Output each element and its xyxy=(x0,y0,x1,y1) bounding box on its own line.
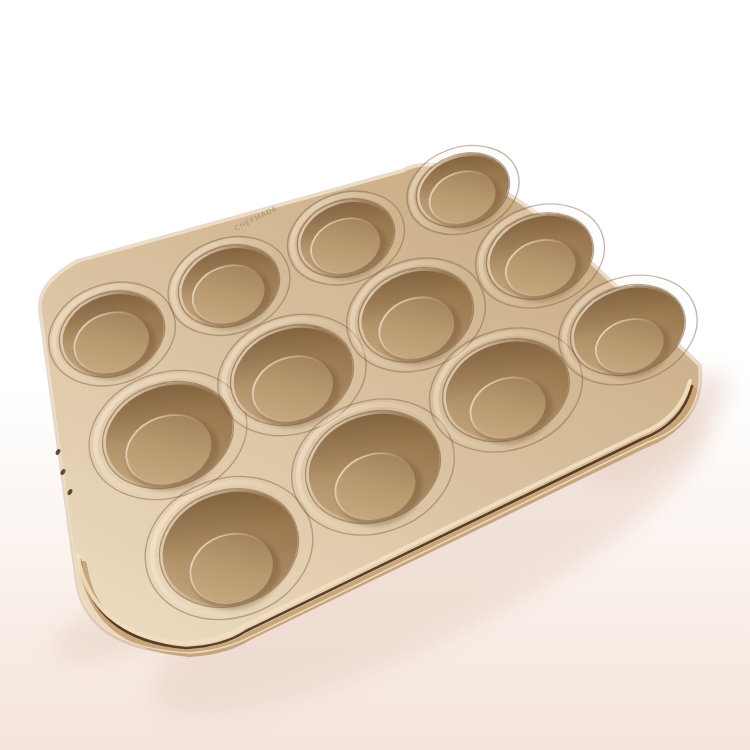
muffin-pan-photo: CHEFMADE xyxy=(0,0,750,750)
product-photo-canvas: CHEFMADE xyxy=(0,0,750,750)
